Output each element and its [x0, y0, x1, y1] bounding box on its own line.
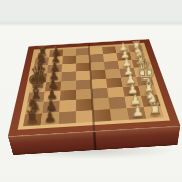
board-square: [76, 89, 92, 100]
board-square: [58, 111, 76, 124]
board-square: ♟: [41, 112, 59, 125]
chess-piece-white-rook: ♜: [147, 100, 163, 117]
board-square: [61, 71, 76, 81]
board-square: ♟: [127, 107, 147, 120]
chess-board-grid: ♜♟♟♜♞♟♟♞♝♟♟♝♛♟♟♛♚♟♟♚♝♟♟♝♞♟♟♞♜♟♟♜: [23, 45, 164, 127]
chess-piece-black-rook: ♜: [24, 108, 40, 125]
board-square: [76, 79, 92, 89]
board-frame: ♜♟♟♜♞♟♟♞♝♟♟♝♛♟♟♛♚♟♟♚♝♟♟♝♞♟♟♞♜♟♟♜: [8, 39, 181, 136]
photo-background: ♜♟♟♜♞♟♟♞♝♟♟♝♛♟♟♛♚♟♟♚♝♟♟♝♞♟♟♞♜♟♟♜: [0, 0, 182, 182]
board-square: [90, 62, 105, 71]
chess-piece-white-pawn: ♟: [130, 104, 143, 119]
board-square: ♜: [144, 106, 165, 119]
board-square: ♜: [23, 113, 42, 126]
chess-box: ♜♟♟♜♞♟♟♞♝♟♟♝♛♟♟♛♚♟♟♚♝♟♟♝♞♟♟♞♜♟♟♜: [8, 39, 181, 136]
board-square: [90, 70, 106, 80]
chess-piece-black-pawn: ♟: [42, 109, 55, 124]
front-face-seam: [93, 132, 96, 150]
board-square: [107, 87, 124, 98]
board-square: [110, 108, 129, 121]
board-square: [106, 77, 123, 87]
board-square: [93, 109, 111, 122]
board-square: [62, 63, 76, 72]
board-square: [59, 100, 76, 112]
